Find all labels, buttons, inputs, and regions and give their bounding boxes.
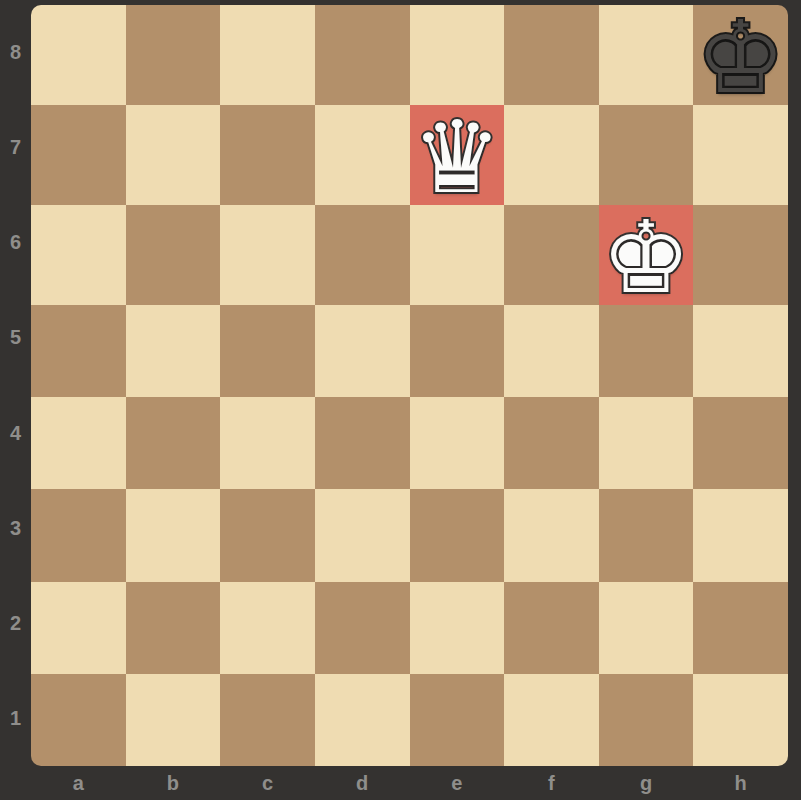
- square-e5[interactable]: [410, 305, 505, 397]
- file-label-b: b: [126, 766, 221, 800]
- square-b3[interactable]: [126, 489, 221, 581]
- square-f5[interactable]: [504, 305, 599, 397]
- square-d8[interactable]: [315, 5, 410, 105]
- square-a1[interactable]: [31, 674, 126, 766]
- square-a3[interactable]: [31, 489, 126, 581]
- rank-label-6: 6: [0, 195, 31, 290]
- square-b4[interactable]: [126, 397, 221, 489]
- square-h7[interactable]: [693, 105, 788, 205]
- rank-coordinates: 87654321: [0, 5, 31, 766]
- rank-label-4: 4: [0, 386, 31, 481]
- square-g5[interactable]: [599, 305, 694, 397]
- file-label-e: e: [410, 766, 505, 800]
- square-f7[interactable]: [504, 105, 599, 205]
- square-b8[interactable]: [126, 5, 221, 105]
- square-c1[interactable]: [220, 674, 315, 766]
- square-g3[interactable]: [599, 489, 694, 581]
- square-e1[interactable]: [410, 674, 505, 766]
- rank-label-5: 5: [0, 290, 31, 385]
- square-a2[interactable]: [31, 582, 126, 674]
- square-e6[interactable]: [410, 205, 505, 305]
- chess-board-app: 87654321 ♚♛♚ abcdefgh: [0, 0, 801, 800]
- rank-label-2: 2: [0, 576, 31, 671]
- square-g2[interactable]: [599, 582, 694, 674]
- square-c7[interactable]: [220, 105, 315, 205]
- square-a8[interactable]: [31, 5, 126, 105]
- square-f3[interactable]: [504, 489, 599, 581]
- square-e7[interactable]: ♛: [410, 105, 505, 205]
- square-f1[interactable]: [504, 674, 599, 766]
- square-e8[interactable]: [410, 5, 505, 105]
- square-c8[interactable]: [220, 5, 315, 105]
- square-a6[interactable]: [31, 205, 126, 305]
- rank-label-8: 8: [0, 5, 31, 100]
- square-d1[interactable]: [315, 674, 410, 766]
- square-d3[interactable]: [315, 489, 410, 581]
- square-g1[interactable]: [599, 674, 694, 766]
- rank-label-7: 7: [0, 100, 31, 195]
- square-f2[interactable]: [504, 582, 599, 674]
- black-king[interactable]: ♚: [696, 8, 786, 108]
- square-c4[interactable]: [220, 397, 315, 489]
- square-g6[interactable]: ♚: [599, 205, 694, 305]
- square-h2[interactable]: [693, 582, 788, 674]
- square-a5[interactable]: [31, 305, 126, 397]
- square-f8[interactable]: [504, 5, 599, 105]
- square-d7[interactable]: [315, 105, 410, 205]
- square-d5[interactable]: [315, 305, 410, 397]
- square-g8[interactable]: [599, 5, 694, 105]
- file-label-g: g: [599, 766, 694, 800]
- rank-label-1: 1: [0, 671, 31, 766]
- square-b7[interactable]: [126, 105, 221, 205]
- square-d6[interactable]: [315, 205, 410, 305]
- file-label-d: d: [315, 766, 410, 800]
- square-b5[interactable]: [126, 305, 221, 397]
- square-e3[interactable]: [410, 489, 505, 581]
- file-label-c: c: [220, 766, 315, 800]
- square-a7[interactable]: [31, 105, 126, 205]
- square-b1[interactable]: [126, 674, 221, 766]
- square-g7[interactable]: [599, 105, 694, 205]
- square-c5[interactable]: [220, 305, 315, 397]
- file-label-a: a: [31, 766, 126, 800]
- square-h3[interactable]: [693, 489, 788, 581]
- square-d4[interactable]: [315, 397, 410, 489]
- rank-label-3: 3: [0, 481, 31, 576]
- file-coordinates: abcdefgh: [31, 766, 788, 800]
- square-c3[interactable]: [220, 489, 315, 581]
- square-f4[interactable]: [504, 397, 599, 489]
- square-f6[interactable]: [504, 205, 599, 305]
- square-e4[interactable]: [410, 397, 505, 489]
- square-e2[interactable]: [410, 582, 505, 674]
- square-h4[interactable]: [693, 397, 788, 489]
- white-king[interactable]: ♚: [601, 208, 691, 308]
- square-b6[interactable]: [126, 205, 221, 305]
- square-h1[interactable]: [693, 674, 788, 766]
- square-c2[interactable]: [220, 582, 315, 674]
- square-d2[interactable]: [315, 582, 410, 674]
- square-h8[interactable]: ♚: [693, 5, 788, 105]
- square-a4[interactable]: [31, 397, 126, 489]
- square-h6[interactable]: [693, 205, 788, 305]
- square-c6[interactable]: [220, 205, 315, 305]
- file-label-h: h: [693, 766, 788, 800]
- square-h5[interactable]: [693, 305, 788, 397]
- white-queen[interactable]: ♛: [412, 108, 502, 208]
- file-label-f: f: [504, 766, 599, 800]
- square-b2[interactable]: [126, 582, 221, 674]
- chess-board: ♚♛♚: [31, 5, 788, 766]
- square-g4[interactable]: [599, 397, 694, 489]
